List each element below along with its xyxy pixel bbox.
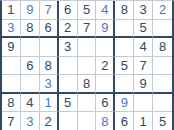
cell-r4c5[interactable] [78, 57, 97, 76]
cell-r6c1[interactable]: 8 [2, 94, 21, 113]
cell-r6c7[interactable]: 9 [115, 94, 134, 113]
cell-r1c4[interactable]: 6 [59, 1, 78, 20]
cell-r4c8[interactable]: 7 [134, 57, 153, 76]
cell-r7c7[interactable]: 6 [115, 112, 134, 130]
cell-r7c8[interactable]: 1 [134, 112, 153, 130]
cell-r4c9[interactable] [153, 57, 172, 76]
cell-r3c1[interactable]: 9 [2, 38, 21, 57]
cell-r6c5[interactable] [78, 94, 97, 113]
cell-r1c8[interactable]: 3 [134, 1, 153, 20]
cell-r6c9[interactable] [153, 94, 172, 113]
cell-r2c2[interactable]: 8 [21, 20, 40, 39]
cell-r1c3[interactable]: 7 [40, 1, 59, 20]
cell-r7c1[interactable]: 7 [2, 112, 21, 130]
cell-r4c3[interactable]: 8 [40, 57, 59, 76]
cell-r7c5[interactable] [78, 112, 97, 130]
cell-r1c7[interactable]: 8 [115, 1, 134, 20]
cell-r7c9[interactable]: 5 [153, 112, 172, 130]
cell-r7c4[interactable] [59, 112, 78, 130]
cell-r4c4[interactable] [59, 57, 78, 76]
cell-r6c8[interactable] [134, 94, 153, 113]
cell-r4c6[interactable]: 2 [96, 57, 115, 76]
cell-r4c1[interactable] [2, 57, 21, 76]
cell-r3c8[interactable]: 4 [134, 38, 153, 57]
cell-r2c1[interactable]: 3 [2, 20, 21, 39]
cell-r2c4[interactable]: 2 [59, 20, 78, 39]
cell-r1c2[interactable]: 9 [21, 1, 40, 20]
cell-r5c4[interactable] [59, 75, 78, 94]
cell-r2c8[interactable]: 5 [134, 20, 153, 39]
cell-r3c4[interactable]: 3 [59, 38, 78, 57]
cell-r3c5[interactable] [78, 38, 97, 57]
cell-r3c3[interactable] [40, 38, 59, 57]
cell-r2c5[interactable]: 7 [78, 20, 97, 39]
cell-r6c2[interactable]: 4 [21, 94, 40, 113]
cell-r5c9[interactable] [153, 75, 172, 94]
cell-r3c9[interactable]: 8 [153, 38, 172, 57]
cell-r2c7[interactable] [115, 20, 134, 39]
sudoku-board: 1976548323862795934868257389841569732861… [0, 0, 174, 130]
cell-r2c3[interactable]: 6 [40, 20, 59, 39]
cell-r3c6[interactable] [96, 38, 115, 57]
cell-r7c3[interactable]: 2 [40, 112, 59, 130]
cell-r5c5[interactable]: 8 [78, 75, 97, 94]
cell-r6c6[interactable]: 6 [96, 94, 115, 113]
cell-r7c2[interactable]: 3 [21, 112, 40, 130]
cell-r3c2[interactable] [21, 38, 40, 57]
cell-r6c3[interactable]: 1 [40, 94, 59, 113]
cell-r5c1[interactable] [2, 75, 21, 94]
cell-r3c7[interactable] [115, 38, 134, 57]
cell-r4c2[interactable]: 6 [21, 57, 40, 76]
cell-r5c2[interactable] [21, 75, 40, 94]
cell-r1c1[interactable]: 1 [2, 1, 21, 20]
cell-r7c6[interactable]: 8 [96, 112, 115, 130]
cell-r1c6[interactable]: 4 [96, 1, 115, 20]
cell-r5c6[interactable] [96, 75, 115, 94]
cell-r1c9[interactable]: 2 [153, 1, 172, 20]
cell-r5c8[interactable]: 9 [134, 75, 153, 94]
cell-r2c9[interactable] [153, 20, 172, 39]
cell-r4c7[interactable]: 5 [115, 57, 134, 76]
cell-r6c4[interactable]: 5 [59, 94, 78, 113]
cell-r5c3[interactable]: 3 [40, 75, 59, 94]
sudoku-grid: 1976548323862795934868257389841569732861… [0, 0, 174, 130]
cell-r1c5[interactable]: 5 [78, 1, 97, 20]
cell-r5c7[interactable] [115, 75, 134, 94]
cell-r2c6[interactable]: 9 [96, 20, 115, 39]
